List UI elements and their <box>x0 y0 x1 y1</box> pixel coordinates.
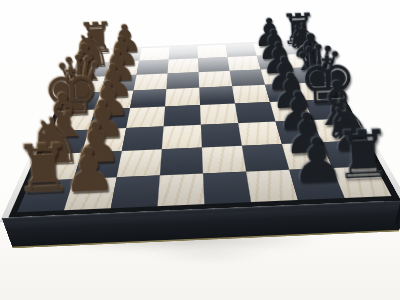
square-d2: ♟ <box>95 90 133 109</box>
square-g5 <box>202 146 246 174</box>
piece-black-rook-a8: ♜ <box>279 8 318 51</box>
square-e5 <box>200 103 238 124</box>
square-c2: ♟ <box>101 75 137 92</box>
square-b4 <box>168 58 199 73</box>
square-f1: ♝ <box>42 130 89 155</box>
square-f6 <box>238 122 282 146</box>
square-c6 <box>230 69 265 86</box>
square-c3 <box>133 73 167 90</box>
square-f4 <box>162 125 202 149</box>
square-h3 <box>111 175 160 208</box>
square-f3 <box>122 126 164 151</box>
board-shadow-soft <box>120 248 300 262</box>
square-e8: ♚ <box>305 99 350 120</box>
square-f5 <box>201 123 242 147</box>
square-f8: ♝ <box>313 118 362 142</box>
square-h2: ♟ <box>64 177 117 210</box>
square-c4 <box>166 72 199 89</box>
square-f2: ♟ <box>82 128 126 153</box>
square-g8: ♞ <box>322 140 376 168</box>
square-d6 <box>232 85 270 104</box>
chess-board: ♜♟♟♜♞♟♟♞♝♟♟♝♛♟♟♛♚♟♟♚♝♟♟♝♞♟♟♞♜♟♟♜ <box>8 39 400 217</box>
square-e1: ♚ <box>52 110 96 132</box>
square-e4 <box>164 105 201 126</box>
square-d4 <box>165 88 200 107</box>
piece-white-rook-a1: ♜ <box>76 17 115 60</box>
square-c8: ♝ <box>292 67 331 84</box>
square-g4 <box>160 147 203 175</box>
square-b5 <box>198 57 230 72</box>
board-squares: ♜♟♟♜♞♟♟♞♝♟♟♝♛♟♟♛♚♟♟♚♝♟♟♝♞♟♟♞♜♟♟♜ <box>17 41 391 212</box>
square-h4 <box>158 174 205 207</box>
square-g2: ♟ <box>74 151 122 179</box>
square-e7: ♟ <box>270 100 313 121</box>
square-b8: ♞ <box>286 53 323 68</box>
square-e6 <box>235 102 276 123</box>
square-d3 <box>130 89 166 108</box>
square-g3 <box>117 149 162 177</box>
square-d8: ♛ <box>298 82 340 101</box>
square-e2: ♟ <box>89 108 130 130</box>
square-e3 <box>126 107 165 129</box>
square-h7: ♟ <box>289 168 344 200</box>
piece-white-pawn-a2: ♟ <box>107 19 143 59</box>
chess-set-photo: ♜♟♟♜♞♟♟♞♝♟♟♝♛♟♟♛♚♟♟♚♝♟♟♝♞♟♟♞♜♟♟♜ <box>0 0 400 300</box>
square-b6 <box>227 56 260 71</box>
square-c5 <box>199 71 233 88</box>
square-d5 <box>199 86 235 105</box>
square-b3 <box>136 60 168 75</box>
square-b2: ♟ <box>105 61 139 76</box>
square-h5 <box>203 172 251 204</box>
